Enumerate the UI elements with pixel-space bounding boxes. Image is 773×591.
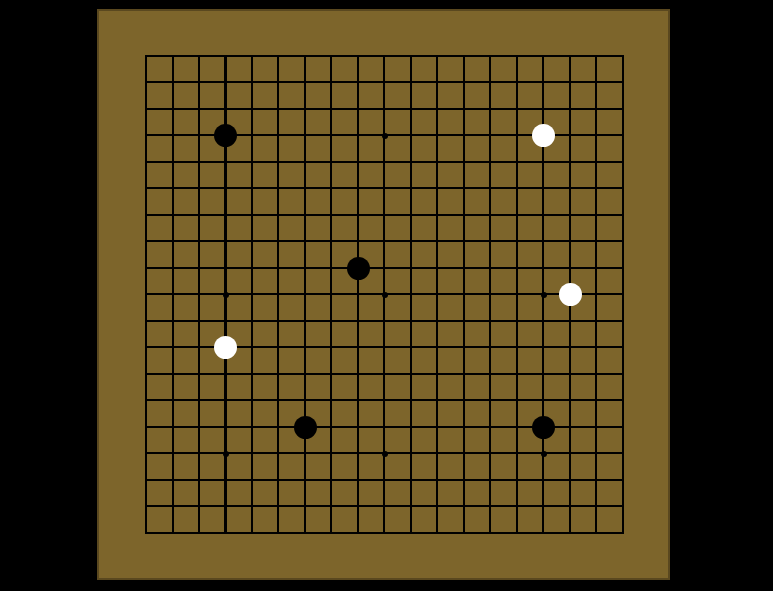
star-point	[382, 292, 388, 298]
stone-white-R10[interactable]	[559, 283, 582, 306]
star-point	[541, 451, 547, 457]
stone-black-G5[interactable]	[294, 416, 317, 439]
star-point	[382, 133, 388, 139]
stone-black-Q5[interactable]	[532, 416, 555, 439]
star-point	[541, 292, 547, 298]
stone-white-Q16[interactable]	[532, 124, 555, 147]
stone-black-J11[interactable]	[347, 257, 370, 280]
stone-black-D16[interactable]	[214, 124, 237, 147]
page-background	[0, 0, 773, 591]
goban	[97, 9, 670, 580]
star-point	[382, 451, 388, 457]
star-point	[223, 292, 229, 298]
star-point	[223, 451, 229, 457]
goban-intersections[interactable]	[133, 43, 637, 547]
stone-white-D8[interactable]	[214, 336, 237, 359]
